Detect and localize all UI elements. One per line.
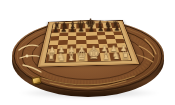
- chess-set-photo: ♜♞♝♛♚♝♞♜♟♟♟♟♟♟♟♟♟♟♟♟♟♟♟♟♜♞♝♛♚♝♞♜: [0, 0, 175, 105]
